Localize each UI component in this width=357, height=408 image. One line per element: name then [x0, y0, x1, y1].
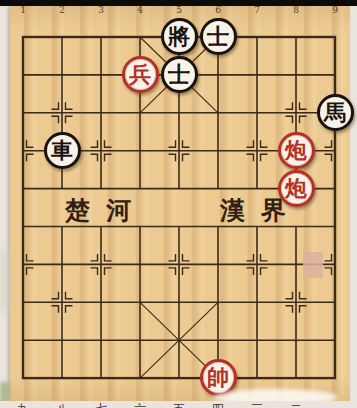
bottom-file-labels: 九八七六五四三二一 [0, 401, 357, 408]
bottom-file-label-3: 七 [93, 402, 109, 408]
black-advisor[interactable]: 士 [161, 56, 198, 93]
bottom-file-label-4: 六 [132, 402, 148, 408]
bottom-file-label-7: 三 [249, 402, 265, 408]
red-cannon-glyph: 炮 [285, 139, 307, 161]
black-horse[interactable]: 馬 [317, 94, 354, 131]
black-horse-glyph: 馬 [324, 101, 346, 123]
black-advisor-glyph: 士 [207, 25, 229, 47]
bottom-file-label-9: 一 [327, 402, 343, 408]
black-chariot-glyph: 車 [51, 139, 73, 161]
black-advisor[interactable]: 士 [200, 18, 237, 55]
board-intersections-grid[interactable]: 將士兵士馬車炮炮帥 [4, 18, 355, 397]
red-general-glyph: 帥 [207, 366, 229, 388]
red-cannon-glyph: 炮 [285, 177, 307, 199]
black-chariot[interactable]: 車 [44, 132, 81, 169]
bottom-file-label-1: 九 [15, 402, 31, 408]
red-soldier-glyph: 兵 [129, 63, 151, 85]
top-black-bar [0, 0, 357, 6]
red-cannon[interactable]: 炮 [278, 132, 315, 169]
bottom-file-label-2: 八 [54, 402, 70, 408]
bottom-file-label-6: 四 [210, 402, 226, 408]
red-cannon[interactable]: 炮 [278, 170, 315, 207]
black-general-glyph: 將 [168, 25, 190, 47]
red-soldier[interactable]: 兵 [122, 56, 159, 93]
bottom-file-label-8: 二 [288, 402, 304, 408]
xiangqi-app-screen: 123456789 楚河 漢界 將士兵士馬車炮炮帥 九八七六五四三二一 [0, 0, 357, 408]
black-advisor-glyph: 士 [168, 63, 190, 85]
bottom-file-label-5: 五 [171, 402, 187, 408]
black-general[interactable]: 將 [161, 18, 198, 55]
